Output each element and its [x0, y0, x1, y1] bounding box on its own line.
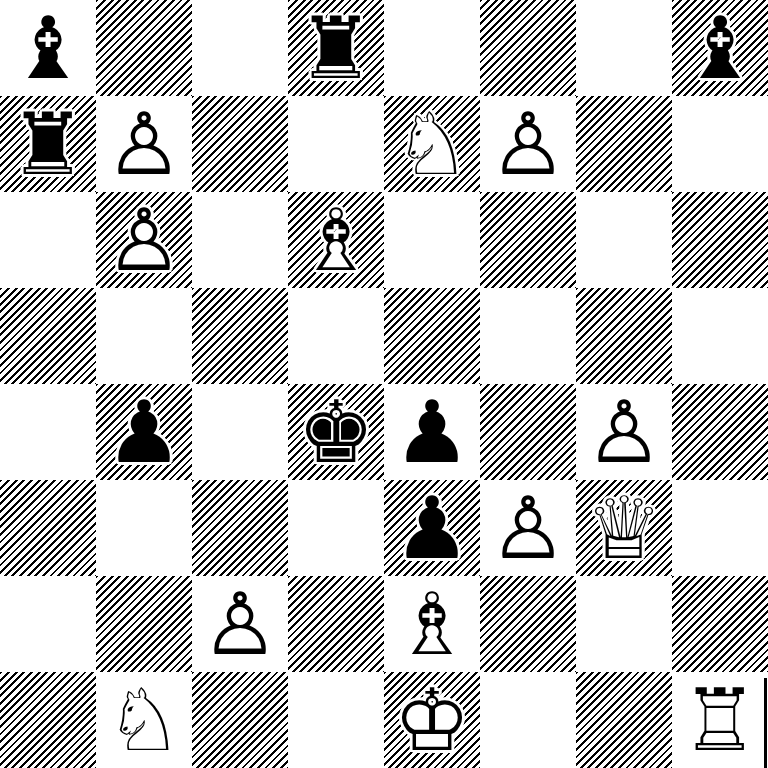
square-g8[interactable] [576, 0, 672, 96]
square-a2[interactable] [0, 576, 96, 672]
white-pawn-glyph: ♙ [192, 576, 288, 672]
black-bishop-glyph: ♝ [0, 0, 96, 96]
square-a6[interactable] [0, 192, 96, 288]
white-knight-glyph: ♘ [96, 672, 192, 768]
black-rook-glyph: ♜ [288, 0, 384, 96]
piece-white-pawn: ♟♙ [480, 96, 576, 192]
square-b7[interactable]: ♟♙ [96, 96, 192, 192]
piece-black-bishop: ♝♝ [672, 0, 768, 96]
square-b1[interactable]: ♞♘ [96, 672, 192, 768]
square-e2[interactable]: ♝♗ [384, 576, 480, 672]
square-a7[interactable]: ♜♜ [0, 96, 96, 192]
piece-white-queen: ♛♕ [576, 480, 672, 576]
white-bishop-glyph: ♗ [384, 576, 480, 672]
black-pawn-glyph: ♟ [96, 384, 192, 480]
white-queen-glyph: ♕ [576, 480, 672, 576]
square-e5[interactable] [384, 288, 480, 384]
square-h4[interactable] [672, 384, 768, 480]
square-d2[interactable] [288, 576, 384, 672]
square-f3[interactable]: ♟♙ [480, 480, 576, 576]
square-e4[interactable]: ♟♟ [384, 384, 480, 480]
square-f1[interactable] [480, 672, 576, 768]
square-g7[interactable] [576, 96, 672, 192]
square-g1[interactable] [576, 672, 672, 768]
square-c5[interactable] [192, 288, 288, 384]
square-c6[interactable] [192, 192, 288, 288]
piece-white-knight: ♞♘ [384, 96, 480, 192]
square-e6[interactable] [384, 192, 480, 288]
square-a5[interactable] [0, 288, 96, 384]
piece-white-pawn: ♟♙ [576, 384, 672, 480]
black-pawn-glyph: ♟ [384, 384, 480, 480]
white-rook-glyph: ♖ [672, 672, 768, 768]
piece-black-rook: ♜♜ [0, 96, 96, 192]
square-h6[interactable] [672, 192, 768, 288]
square-a1[interactable] [0, 672, 96, 768]
white-king-glyph: ♔ [384, 672, 480, 768]
square-b6[interactable]: ♟♙ [96, 192, 192, 288]
right-edge-line [764, 678, 767, 768]
square-c8[interactable] [192, 0, 288, 96]
square-c7[interactable] [192, 96, 288, 192]
white-pawn-glyph: ♙ [96, 96, 192, 192]
piece-black-pawn: ♟♟ [96, 384, 192, 480]
square-d5[interactable] [288, 288, 384, 384]
square-a3[interactable] [0, 480, 96, 576]
chess-board: ♝♝♜♜♝♝♜♜♟♙♞♘♟♙♟♙♝♗♟♟♚♚♟♟♟♙♟♟♟♙♛♕♟♙♝♗♞♘♚♔… [0, 0, 768, 768]
square-a8[interactable]: ♝♝ [0, 0, 96, 96]
square-f2[interactable] [480, 576, 576, 672]
square-h5[interactable] [672, 288, 768, 384]
white-pawn-glyph: ♙ [96, 192, 192, 288]
piece-white-pawn: ♟♙ [96, 192, 192, 288]
black-rook-glyph: ♜ [0, 96, 96, 192]
square-f8[interactable] [480, 0, 576, 96]
square-e8[interactable] [384, 0, 480, 96]
square-b3[interactable] [96, 480, 192, 576]
piece-black-rook: ♜♜ [288, 0, 384, 96]
square-b5[interactable] [96, 288, 192, 384]
square-c3[interactable] [192, 480, 288, 576]
white-pawn-glyph: ♙ [480, 480, 576, 576]
square-d4[interactable]: ♚♚ [288, 384, 384, 480]
piece-white-pawn: ♟♙ [480, 480, 576, 576]
square-h2[interactable] [672, 576, 768, 672]
square-g6[interactable] [576, 192, 672, 288]
white-pawn-glyph: ♙ [480, 96, 576, 192]
square-h8[interactable]: ♝♝ [672, 0, 768, 96]
square-f4[interactable] [480, 384, 576, 480]
black-bishop-glyph: ♝ [672, 0, 768, 96]
piece-white-pawn: ♟♙ [192, 576, 288, 672]
piece-black-bishop: ♝♝ [0, 0, 96, 96]
piece-white-bishop: ♝♗ [384, 576, 480, 672]
piece-black-pawn: ♟♟ [384, 480, 480, 576]
square-g2[interactable] [576, 576, 672, 672]
square-c2[interactable]: ♟♙ [192, 576, 288, 672]
square-b8[interactable] [96, 0, 192, 96]
square-d6[interactable]: ♝♗ [288, 192, 384, 288]
piece-white-king: ♚♔ [384, 672, 480, 768]
square-g4[interactable]: ♟♙ [576, 384, 672, 480]
square-c4[interactable] [192, 384, 288, 480]
square-d1[interactable] [288, 672, 384, 768]
piece-white-bishop: ♝♗ [288, 192, 384, 288]
piece-white-pawn: ♟♙ [96, 96, 192, 192]
white-knight-glyph: ♘ [384, 96, 480, 192]
square-d8[interactable]: ♜♜ [288, 0, 384, 96]
black-pawn-glyph: ♟ [384, 480, 480, 576]
square-a4[interactable] [0, 384, 96, 480]
square-f6[interactable] [480, 192, 576, 288]
square-f7[interactable]: ♟♙ [480, 96, 576, 192]
square-d7[interactable] [288, 96, 384, 192]
square-h3[interactable] [672, 480, 768, 576]
piece-black-pawn: ♟♟ [384, 384, 480, 480]
square-h7[interactable] [672, 96, 768, 192]
square-h1[interactable]: ♜♖ [672, 672, 768, 768]
white-pawn-glyph: ♙ [576, 384, 672, 480]
square-e3[interactable]: ♟♟ [384, 480, 480, 576]
square-g3[interactable]: ♛♕ [576, 480, 672, 576]
square-c1[interactable] [192, 672, 288, 768]
white-bishop-glyph: ♗ [288, 192, 384, 288]
square-d3[interactable] [288, 480, 384, 576]
piece-white-knight: ♞♘ [96, 672, 192, 768]
square-e1[interactable]: ♚♔ [384, 672, 480, 768]
square-f5[interactable] [480, 288, 576, 384]
square-b2[interactable] [96, 576, 192, 672]
square-g5[interactable] [576, 288, 672, 384]
square-b4[interactable]: ♟♟ [96, 384, 192, 480]
black-king-glyph: ♚ [288, 384, 384, 480]
piece-white-rook: ♜♖ [672, 672, 768, 768]
piece-black-king: ♚♚ [288, 384, 384, 480]
square-e7[interactable]: ♞♘ [384, 96, 480, 192]
